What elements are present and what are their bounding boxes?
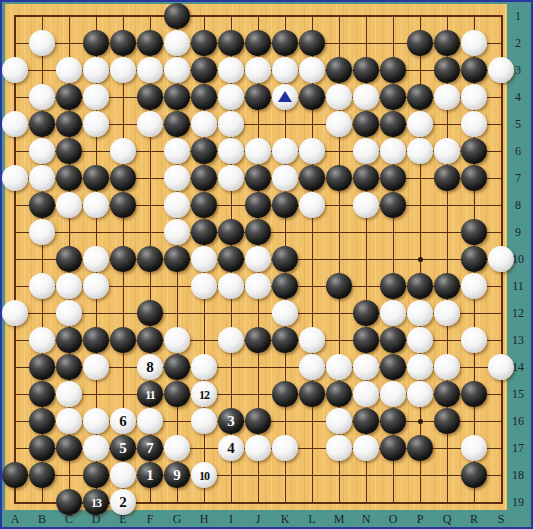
stone-C15[interactable] xyxy=(56,381,82,407)
col-label-I: I xyxy=(229,513,233,525)
row-label-11: 11 xyxy=(512,280,524,292)
stone-J6[interactable] xyxy=(245,138,271,164)
col-label-O: O xyxy=(389,513,398,525)
stone-Q6[interactable] xyxy=(434,138,460,164)
move-number-label: 9 xyxy=(173,467,181,483)
stone-C17[interactable] xyxy=(56,435,82,461)
stone-C8[interactable] xyxy=(56,192,82,218)
stone-M15[interactable] xyxy=(326,381,352,407)
stone-R2[interactable] xyxy=(461,30,487,56)
stone-R15[interactable] xyxy=(461,381,487,407)
stone-E8[interactable] xyxy=(110,192,136,218)
stone-I10[interactable] xyxy=(218,246,244,272)
stone-K8[interactable] xyxy=(272,192,298,218)
stone-N14[interactable] xyxy=(353,354,379,380)
stone-I4[interactable] xyxy=(218,84,244,110)
stone-Q4[interactable] xyxy=(434,84,460,110)
stone-Q2[interactable] xyxy=(434,30,460,56)
move-number-label: 6 xyxy=(119,413,127,429)
stone-L13[interactable] xyxy=(299,327,325,353)
stone-E13[interactable] xyxy=(110,327,136,353)
col-label-N: N xyxy=(362,513,371,525)
stone-F13[interactable] xyxy=(137,327,163,353)
move-number-label: 13 xyxy=(91,496,101,510)
move-number-label: 1 xyxy=(146,467,154,483)
go-board[interactable]: 81112635741910132 xyxy=(5,4,507,510)
stone-E3[interactable] xyxy=(110,57,136,83)
stone-Q15[interactable] xyxy=(434,381,460,407)
stone-H16[interactable] xyxy=(191,408,217,434)
stone-N16[interactable] xyxy=(353,408,379,434)
row-label-8: 8 xyxy=(515,199,521,211)
stone-B5[interactable] xyxy=(29,111,55,137)
stone-N12[interactable] xyxy=(353,300,379,326)
stone-F10[interactable] xyxy=(137,246,163,272)
stone-R9[interactable] xyxy=(461,219,487,245)
stone-H5[interactable] xyxy=(191,111,217,137)
stone-C6[interactable] xyxy=(56,138,82,164)
stone-H11[interactable] xyxy=(191,273,217,299)
stone-G4[interactable] xyxy=(164,84,190,110)
stone-K12[interactable] xyxy=(272,300,298,326)
stone-H7[interactable] xyxy=(191,165,217,191)
stone-I2[interactable] xyxy=(218,30,244,56)
stone-M11[interactable] xyxy=(326,273,352,299)
stone-O7[interactable] xyxy=(380,165,406,191)
row-label-6: 6 xyxy=(515,145,521,157)
stone-N4[interactable] xyxy=(353,84,379,110)
stone-F4[interactable] xyxy=(137,84,163,110)
stone-G2[interactable] xyxy=(164,30,190,56)
stone-C4[interactable] xyxy=(56,84,82,110)
move-number-label: 8 xyxy=(146,359,154,375)
stone-G7[interactable] xyxy=(164,165,190,191)
stone-B14[interactable] xyxy=(29,354,55,380)
stone-D14[interactable] xyxy=(83,354,109,380)
stone-C10[interactable] xyxy=(56,246,82,272)
stone-F3[interactable] xyxy=(137,57,163,83)
stone-D16[interactable] xyxy=(83,408,109,434)
stone-H8[interactable] xyxy=(191,192,217,218)
star-point-P16 xyxy=(418,419,423,424)
stone-G15[interactable] xyxy=(164,381,190,407)
stone-M16[interactable] xyxy=(326,408,352,434)
stone-G5[interactable] xyxy=(164,111,190,137)
stone-F12[interactable] xyxy=(137,300,163,326)
stone-D13[interactable] xyxy=(83,327,109,353)
stone-F14[interactable]: 8 xyxy=(137,354,163,380)
stone-K17[interactable] xyxy=(272,435,298,461)
stone-E10[interactable] xyxy=(110,246,136,272)
col-label-A: A xyxy=(11,513,20,525)
stone-G3[interactable] xyxy=(164,57,190,83)
col-label-K: K xyxy=(281,513,290,525)
stone-A7[interactable] xyxy=(2,165,28,191)
stone-R4[interactable] xyxy=(461,84,487,110)
col-label-D: D xyxy=(92,513,101,525)
stone-O16[interactable] xyxy=(380,408,406,434)
row-label-5: 5 xyxy=(515,118,521,130)
stone-P4[interactable] xyxy=(407,84,433,110)
stone-K11[interactable] xyxy=(272,273,298,299)
move-number-label: 3 xyxy=(227,413,235,429)
row-label-19: 19 xyxy=(512,496,524,508)
col-label-L: L xyxy=(308,513,315,525)
stone-Q3[interactable] xyxy=(434,57,460,83)
stone-H6[interactable] xyxy=(191,138,217,164)
stone-E17[interactable]: 5 xyxy=(110,435,136,461)
stone-F5[interactable] xyxy=(137,111,163,137)
stone-P13[interactable] xyxy=(407,327,433,353)
stone-J13[interactable] xyxy=(245,327,271,353)
stone-B15[interactable] xyxy=(29,381,55,407)
stone-O3[interactable] xyxy=(380,57,406,83)
stone-J2[interactable] xyxy=(245,30,271,56)
star-point-P10 xyxy=(418,257,423,262)
stone-H15[interactable]: 12 xyxy=(191,381,217,407)
stone-C16[interactable] xyxy=(56,408,82,434)
stone-P15[interactable] xyxy=(407,381,433,407)
stone-J7[interactable] xyxy=(245,165,271,191)
row-label-10: 10 xyxy=(512,253,524,265)
stone-J8[interactable] xyxy=(245,192,271,218)
stone-H14[interactable] xyxy=(191,354,217,380)
col-label-B: B xyxy=(38,513,46,525)
stone-I6[interactable] xyxy=(218,138,244,164)
row-label-3: 3 xyxy=(515,64,521,76)
stone-B11[interactable] xyxy=(29,273,55,299)
stone-G6[interactable] xyxy=(164,138,190,164)
move-number-label: 2 xyxy=(119,494,127,510)
stone-G10[interactable] xyxy=(164,246,190,272)
stone-S3[interactable] xyxy=(488,57,514,83)
stone-I9[interactable] xyxy=(218,219,244,245)
stone-G9[interactable] xyxy=(164,219,190,245)
stone-I5[interactable] xyxy=(218,111,244,137)
stone-J10[interactable] xyxy=(245,246,271,272)
stone-D10[interactable] xyxy=(83,246,109,272)
stone-I17[interactable]: 4 xyxy=(218,435,244,461)
stone-R6[interactable] xyxy=(461,138,487,164)
stone-O5[interactable] xyxy=(380,111,406,137)
triangle-marker-icon xyxy=(278,91,292,102)
row-label-14: 14 xyxy=(512,361,524,373)
stone-M7[interactable] xyxy=(326,165,352,191)
stone-H2[interactable] xyxy=(191,30,217,56)
stone-B2[interactable] xyxy=(29,30,55,56)
stone-D2[interactable] xyxy=(83,30,109,56)
stone-N6[interactable] xyxy=(353,138,379,164)
stone-P12[interactable] xyxy=(407,300,433,326)
col-label-M: M xyxy=(334,513,345,525)
stone-K4[interactable] xyxy=(272,84,298,110)
stone-O4[interactable] xyxy=(380,84,406,110)
stone-O14[interactable] xyxy=(380,354,406,380)
stone-K2[interactable] xyxy=(272,30,298,56)
stone-O8[interactable] xyxy=(380,192,406,218)
stone-A5[interactable] xyxy=(2,111,28,137)
move-number-label: 10 xyxy=(199,469,209,483)
stone-D8[interactable] xyxy=(83,192,109,218)
stone-J11[interactable] xyxy=(245,273,271,299)
row-label-16: 16 xyxy=(512,415,524,427)
stone-N15[interactable] xyxy=(353,381,379,407)
col-label-H: H xyxy=(200,513,209,525)
stone-B18[interactable] xyxy=(29,462,55,488)
stone-B4[interactable] xyxy=(29,84,55,110)
stone-J9[interactable] xyxy=(245,219,271,245)
stone-R5[interactable] xyxy=(461,111,487,137)
stone-D18[interactable] xyxy=(83,462,109,488)
row-label-12: 12 xyxy=(512,307,524,319)
stone-M4[interactable] xyxy=(326,84,352,110)
stone-N17[interactable] xyxy=(353,435,379,461)
stone-K6[interactable] xyxy=(272,138,298,164)
stone-B6[interactable] xyxy=(29,138,55,164)
move-number-label: 12 xyxy=(199,388,209,402)
stone-F16[interactable] xyxy=(137,408,163,434)
stone-R3[interactable] xyxy=(461,57,487,83)
stone-C14[interactable] xyxy=(56,354,82,380)
col-label-E: E xyxy=(119,513,126,525)
stone-L4[interactable] xyxy=(299,84,325,110)
row-label-2: 2 xyxy=(515,37,521,49)
stone-A3[interactable] xyxy=(2,57,28,83)
stone-F17[interactable]: 7 xyxy=(137,435,163,461)
stone-E6[interactable] xyxy=(110,138,136,164)
stone-Q16[interactable] xyxy=(434,408,460,434)
move-number-label: 7 xyxy=(146,440,154,456)
stone-D7[interactable] xyxy=(83,165,109,191)
move-number-label: 5 xyxy=(119,440,127,456)
stone-Q7[interactable] xyxy=(434,165,460,191)
stone-B7[interactable] xyxy=(29,165,55,191)
stone-E18[interactable] xyxy=(110,462,136,488)
stone-I7[interactable] xyxy=(218,165,244,191)
stone-O17[interactable] xyxy=(380,435,406,461)
stone-J4[interactable] xyxy=(245,84,271,110)
stone-B13[interactable] xyxy=(29,327,55,353)
stone-O11[interactable] xyxy=(380,273,406,299)
stone-M5[interactable] xyxy=(326,111,352,137)
stone-A12[interactable] xyxy=(2,300,28,326)
stone-F2[interactable] xyxy=(137,30,163,56)
stone-I13[interactable] xyxy=(218,327,244,353)
stone-J16[interactable] xyxy=(245,408,271,434)
stone-L8[interactable] xyxy=(299,192,325,218)
stone-R10[interactable] xyxy=(461,246,487,272)
row-label-4: 4 xyxy=(515,91,521,103)
col-label-R: R xyxy=(470,513,478,525)
stone-B9[interactable] xyxy=(29,219,55,245)
row-label-15: 15 xyxy=(512,388,524,400)
stone-P2[interactable] xyxy=(407,30,433,56)
stone-M17[interactable] xyxy=(326,435,352,461)
stone-G1[interactable] xyxy=(164,3,190,29)
stone-P14[interactable] xyxy=(407,354,433,380)
stone-R7[interactable] xyxy=(461,165,487,191)
stone-D5[interactable] xyxy=(83,111,109,137)
stone-I3[interactable] xyxy=(218,57,244,83)
stone-L2[interactable] xyxy=(299,30,325,56)
stone-C13[interactable] xyxy=(56,327,82,353)
stone-L7[interactable] xyxy=(299,165,325,191)
row-label-1: 1 xyxy=(515,10,521,22)
stone-L3[interactable] xyxy=(299,57,325,83)
stone-D4[interactable] xyxy=(83,84,109,110)
stone-C12[interactable] xyxy=(56,300,82,326)
row-label-18: 18 xyxy=(512,469,524,481)
stone-N7[interactable] xyxy=(353,165,379,191)
row-label-7: 7 xyxy=(515,172,521,184)
stone-S10[interactable] xyxy=(488,246,514,272)
row-label-9: 9 xyxy=(515,226,521,238)
stone-P11[interactable] xyxy=(407,273,433,299)
stone-K7[interactable] xyxy=(272,165,298,191)
stone-G17[interactable] xyxy=(164,435,190,461)
stone-E16[interactable]: 6 xyxy=(110,408,136,434)
stone-G8[interactable] xyxy=(164,192,190,218)
stone-R18[interactable] xyxy=(461,462,487,488)
stone-H4[interactable] xyxy=(191,84,217,110)
stone-B8[interactable] xyxy=(29,192,55,218)
stone-G18[interactable]: 9 xyxy=(164,462,190,488)
stone-M3[interactable] xyxy=(326,57,352,83)
go-board-screenshot: 81112635741910132 ABCDEFGHIJKLMNOPQRS 12… xyxy=(0,0,533,529)
stone-D3[interactable] xyxy=(83,57,109,83)
stone-M14[interactable] xyxy=(326,354,352,380)
stone-O12[interactable] xyxy=(380,300,406,326)
stone-R17[interactable] xyxy=(461,435,487,461)
stone-O15[interactable] xyxy=(380,381,406,407)
stone-K15[interactable] xyxy=(272,381,298,407)
stone-N13[interactable] xyxy=(353,327,379,353)
stone-C7[interactable] xyxy=(56,165,82,191)
col-label-J: J xyxy=(256,513,261,525)
stone-G13[interactable] xyxy=(164,327,190,353)
stone-F15[interactable]: 11 xyxy=(137,381,163,407)
stone-E7[interactable] xyxy=(110,165,136,191)
stone-N3[interactable] xyxy=(353,57,379,83)
stone-N5[interactable] xyxy=(353,111,379,137)
col-label-F: F xyxy=(147,513,154,525)
stone-P17[interactable] xyxy=(407,435,433,461)
stone-S14[interactable] xyxy=(488,354,514,380)
stone-A18[interactable] xyxy=(2,462,28,488)
stone-P6[interactable] xyxy=(407,138,433,164)
stone-O13[interactable] xyxy=(380,327,406,353)
stone-D11[interactable] xyxy=(83,273,109,299)
stone-N8[interactable] xyxy=(353,192,379,218)
stone-O6[interactable] xyxy=(380,138,406,164)
col-label-G: G xyxy=(173,513,182,525)
stone-R13[interactable] xyxy=(461,327,487,353)
stone-H10[interactable] xyxy=(191,246,217,272)
col-label-P: P xyxy=(417,513,424,525)
stone-R11[interactable] xyxy=(461,273,487,299)
stone-H9[interactable] xyxy=(191,219,217,245)
stone-C3[interactable] xyxy=(56,57,82,83)
stone-D17[interactable] xyxy=(83,435,109,461)
row-label-13: 13 xyxy=(512,334,524,346)
stone-H18[interactable]: 10 xyxy=(191,462,217,488)
stone-L14[interactable] xyxy=(299,354,325,380)
stone-J17[interactable] xyxy=(245,435,271,461)
row-label-17: 17 xyxy=(512,442,524,454)
stone-J3[interactable] xyxy=(245,57,271,83)
stone-I16[interactable]: 3 xyxy=(218,408,244,434)
stone-E2[interactable] xyxy=(110,30,136,56)
stone-Q14[interactable] xyxy=(434,354,460,380)
col-label-Q: Q xyxy=(443,513,452,525)
stone-K13[interactable] xyxy=(272,327,298,353)
col-label-S: S xyxy=(498,513,505,525)
move-number-label: 11 xyxy=(145,388,154,402)
stone-L15[interactable] xyxy=(299,381,325,407)
stone-H3[interactable] xyxy=(191,57,217,83)
stone-G14[interactable] xyxy=(164,354,190,380)
stone-B16[interactable] xyxy=(29,408,55,434)
stone-L6[interactable] xyxy=(299,138,325,164)
stone-B17[interactable] xyxy=(29,435,55,461)
stone-K3[interactable] xyxy=(272,57,298,83)
stone-P5[interactable] xyxy=(407,111,433,137)
stone-I11[interactable] xyxy=(218,273,244,299)
stone-C5[interactable] xyxy=(56,111,82,137)
move-number-label: 4 xyxy=(227,440,235,456)
stone-C11[interactable] xyxy=(56,273,82,299)
col-label-C: C xyxy=(65,513,73,525)
stone-Q12[interactable] xyxy=(434,300,460,326)
stone-Q11[interactable] xyxy=(434,273,460,299)
stone-K10[interactable] xyxy=(272,246,298,272)
stone-F18[interactable]: 1 xyxy=(137,462,163,488)
